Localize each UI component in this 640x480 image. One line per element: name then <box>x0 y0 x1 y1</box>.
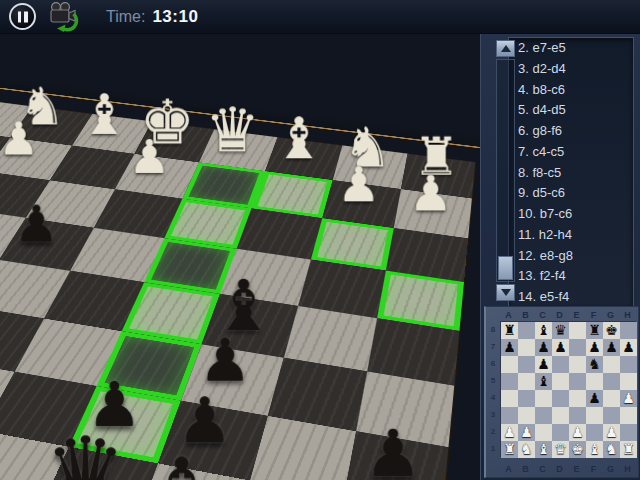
mini-piece-black-pawn-d7: ♟ <box>552 339 569 356</box>
mini-square-f2 <box>586 424 603 441</box>
mini-square-c2 <box>535 424 552 441</box>
board3d-square-g2[interactable]: ♟ <box>0 137 72 180</box>
mini-board-file-labels-top: ABCDEFGH <box>500 310 636 320</box>
mini-piece-white-pawn-g2: ♟ <box>603 424 620 441</box>
mini-square-a8: ♜ <box>501 322 518 339</box>
mini-square-b2: ♟ <box>518 424 535 441</box>
mini-piece-white-bishop-c1: ♝ <box>535 441 552 458</box>
mini-square-f5 <box>586 373 603 390</box>
app-window: ♜♞♝♚♛♝♞♜♟♟♟♟♟♟♝♞♟♟♟♟♟♟♟♚♜♛♝♜ Time:13:10 … <box>0 0 640 480</box>
top-bar: Time:13:10 <box>0 0 640 34</box>
mini-square-h4: ♟ <box>620 390 637 407</box>
history-move[interactable]: 10. b7-c6 <box>509 204 633 225</box>
scroll-down-button[interactable] <box>496 284 515 301</box>
mini-piece-white-pawn-a2: ♟ <box>501 424 518 441</box>
camera-rotate-button[interactable] <box>48 1 80 32</box>
mini-piece-white-pawn-e2: ♟ <box>569 424 586 441</box>
mini-piece-white-king-e1: ♚ <box>569 441 586 458</box>
file-label-G: G <box>602 464 619 474</box>
mini-square-b4 <box>518 390 535 407</box>
mini-square-a2: ♟ <box>501 424 518 441</box>
timer-label: Time: <box>106 8 145 25</box>
mini-square-e7 <box>569 339 586 356</box>
file-label-E: E <box>568 310 585 320</box>
file-label-A: A <box>500 464 517 474</box>
mini-piece-black-pawn-c6: ♟ <box>535 356 552 373</box>
mini-square-a4 <box>501 390 518 407</box>
scroll-down-icon <box>501 289 511 296</box>
mini-square-h5 <box>620 373 637 390</box>
history-move[interactable]: 9. d5-c6 <box>509 183 633 204</box>
mini-square-g4 <box>603 390 620 407</box>
history-move[interactable]: 12. e8-g8 <box>509 246 633 267</box>
mini-square-d1: ♛ <box>552 441 569 458</box>
mini-square-d8: ♛ <box>552 322 569 339</box>
mini-piece-black-pawn-g7: ♟ <box>603 339 620 356</box>
rank-label-8: 8 <box>488 321 498 338</box>
mini-square-f4: ♟ <box>586 390 603 407</box>
mini-piece-black-pawn-f4: ♟ <box>586 390 603 407</box>
mini-piece-black-king-g8: ♚ <box>603 322 620 339</box>
file-label-H: H <box>619 464 636 474</box>
mini-square-g8: ♚ <box>603 322 620 339</box>
mini-piece-white-queen-d1: ♛ <box>552 441 569 458</box>
mini-square-d2 <box>552 424 569 441</box>
rank-label-3: 3 <box>488 406 498 423</box>
mini-square-e6 <box>569 356 586 373</box>
mini-square-c6: ♟ <box>535 356 552 373</box>
mini-square-a6 <box>501 356 518 373</box>
mini-square-h1: ♜ <box>620 441 637 458</box>
movie-camera-icon <box>48 1 80 32</box>
mini-piece-black-bishop-c5: ♝ <box>535 373 552 390</box>
pause-button[interactable] <box>9 3 36 30</box>
mini-square-b6 <box>518 356 535 373</box>
timer-value: 13:10 <box>152 7 198 26</box>
mini-piece-black-pawn-a7: ♟ <box>501 339 518 356</box>
mini-square-b7 <box>518 339 535 356</box>
rank-label-2: 2 <box>488 423 498 440</box>
mini-piece-white-pawn-b2: ♟ <box>518 424 535 441</box>
rank-label-5: 5 <box>488 372 498 389</box>
mini-square-b1: ♞ <box>518 441 535 458</box>
rank-label-6: 6 <box>488 355 498 372</box>
mini-square-d7: ♟ <box>552 339 569 356</box>
history-move[interactable]: 7. c4-c5 <box>509 142 633 163</box>
mini-square-h7: ♟ <box>620 339 637 356</box>
mini-board-panel: ABCDEFGH 87654321 ♜♝♛♜♚♟♟♟♟♟♟♟♞♝♟♟♟♟♟♟♜♞… <box>484 306 639 478</box>
mini-piece-black-queen-d8: ♛ <box>552 322 569 339</box>
mini-piece-white-bishop-f1: ♝ <box>586 441 603 458</box>
scroll-up-icon <box>501 45 511 52</box>
piece-white-knight-b1[interactable]: ♞ <box>333 112 402 182</box>
mini-square-c4 <box>535 390 552 407</box>
file-label-D: D <box>551 310 568 320</box>
mini-square-a3 <box>501 407 518 424</box>
mini-square-g7: ♟ <box>603 339 620 356</box>
mini-square-g2: ♟ <box>603 424 620 441</box>
mini-square-f6: ♞ <box>586 356 603 373</box>
file-label-G: G <box>602 310 619 320</box>
mini-square-c7: ♟ <box>535 339 552 356</box>
rank-label-4: 4 <box>488 389 498 406</box>
file-label-B: B <box>517 310 534 320</box>
file-label-F: F <box>585 310 602 320</box>
mini-square-h2 <box>620 424 637 441</box>
file-label-D: D <box>551 464 568 474</box>
board3d-square-b1[interactable]: ♞ <box>332 145 408 189</box>
history-move[interactable]: 4. b8-c6 <box>509 80 633 101</box>
mini-square-c1: ♝ <box>535 441 552 458</box>
history-move[interactable]: 11. h2-h4 <box>509 225 633 246</box>
history-move[interactable]: 3. d2-d4 <box>509 59 633 80</box>
mini-square-d6 <box>552 356 569 373</box>
mini-piece-black-pawn-c7: ♟ <box>535 339 552 356</box>
file-label-F: F <box>585 464 602 474</box>
mini-square-e4 <box>569 390 586 407</box>
mini-square-f1: ♝ <box>586 441 603 458</box>
board-3d-scene: ♜♞♝♚♛♝♞♜♟♟♟♟♟♟♝♞♟♟♟♟♟♟♟♚♜♛♝♜ <box>0 34 480 480</box>
mini-piece-white-rook-h1: ♜ <box>620 441 637 458</box>
mini-piece-black-knight-f6: ♞ <box>586 356 603 373</box>
mini-square-d4 <box>552 390 569 407</box>
history-move[interactable]: 8. f8-c5 <box>509 163 633 184</box>
mini-square-f7: ♟ <box>586 339 603 356</box>
mini-square-g5 <box>603 373 620 390</box>
mini-piece-black-pawn-f7: ♟ <box>586 339 603 356</box>
mini-square-c3 <box>535 407 552 424</box>
mini-square-e8 <box>569 322 586 339</box>
board3d-square-e6[interactable] <box>15 318 122 385</box>
mini-piece-white-knight-g1: ♞ <box>603 441 620 458</box>
file-label-E: E <box>568 464 585 474</box>
piece-white-rook-h1[interactable]: ♜ <box>0 66 13 131</box>
mini-square-g3 <box>603 407 620 424</box>
mini-piece-black-pawn-h7: ♟ <box>620 339 637 356</box>
timer: Time:13:10 <box>106 7 198 27</box>
rank-label-1: 1 <box>488 440 498 457</box>
mini-piece-white-pawn-h4: ♟ <box>620 390 637 407</box>
mini-square-b8 <box>518 322 535 339</box>
mini-square-a5 <box>501 373 518 390</box>
mini-square-d5 <box>552 373 569 390</box>
file-label-H: H <box>619 310 636 320</box>
mini-square-e5 <box>569 373 586 390</box>
pause-icon <box>18 11 28 22</box>
scrollbar-track[interactable] <box>496 59 515 282</box>
mini-square-b3 <box>518 407 535 424</box>
chess-board-3d: ♜♞♝♚♛♝♞♜♟♟♟♟♟♟♝♞♟♟♟♟♟♟♟♚♜♛♝♜ <box>0 99 476 480</box>
mini-square-a7: ♟ <box>501 339 518 356</box>
history-move[interactable]: 2. e7-e5 <box>509 38 633 59</box>
rank-label-7: 7 <box>488 338 498 355</box>
mini-square-h8 <box>620 322 637 339</box>
mini-square-f8: ♜ <box>586 322 603 339</box>
file-label-A: A <box>500 310 517 320</box>
mini-square-g6 <box>603 356 620 373</box>
mini-square-e1: ♚ <box>569 441 586 458</box>
mini-board: ♜♝♛♜♚♟♟♟♟♟♟♟♞♝♟♟♟♟♟♟♜♞♝♛♚♝♞♜ <box>500 321 636 457</box>
mini-square-c8: ♝ <box>535 322 552 339</box>
mini-square-e2: ♟ <box>569 424 586 441</box>
history-move[interactable]: 13. f2-f4 <box>509 266 633 287</box>
mini-square-c5: ♝ <box>535 373 552 390</box>
piece-white-rook-a1[interactable]: ♜ <box>402 121 472 192</box>
file-label-C: C <box>534 310 551 320</box>
file-label-C: C <box>534 464 551 474</box>
mini-square-e3 <box>569 407 586 424</box>
mini-square-f3 <box>586 407 603 424</box>
mini-board-file-labels-bottom: ABCDEFGH <box>500 464 636 474</box>
file-label-B: B <box>517 464 534 474</box>
mini-square-h3 <box>620 407 637 424</box>
mini-square-a1: ♜ <box>501 441 518 458</box>
mini-piece-white-knight-b1: ♞ <box>518 441 535 458</box>
mini-square-g1: ♞ <box>603 441 620 458</box>
history-panel: History: 2. e7-e53. d2-d44. b8-c65. d4-d… <box>480 0 640 480</box>
mini-square-b5 <box>518 373 535 390</box>
mini-piece-black-rook-a8: ♜ <box>501 322 518 339</box>
board-wooden-frame: ♜♞♝♚♛♝♞♜♟♟♟♟♟♟♝♞♟♟♟♟♟♟♟♚♜♛♝♜ <box>0 86 480 480</box>
mini-piece-white-rook-a1: ♜ <box>501 441 518 458</box>
scrollbar-thumb[interactable] <box>498 256 513 280</box>
history-move[interactable]: 6. g8-f6 <box>509 121 633 142</box>
mini-square-h6 <box>620 356 637 373</box>
history-move[interactable]: 14. e5-f4 <box>509 287 633 307</box>
scroll-up-button[interactable] <box>496 40 515 57</box>
mini-piece-black-bishop-c8: ♝ <box>535 322 552 339</box>
mini-piece-black-rook-f8: ♜ <box>586 322 603 339</box>
move-history-list: 2. e7-e53. d2-d44. b8-c65. d4-d56. g8-f6… <box>508 37 634 307</box>
mini-board-rank-labels-left: 87654321 <box>488 321 498 457</box>
history-move[interactable]: 5. d4-d5 <box>509 100 633 121</box>
mini-square-d3 <box>552 407 569 424</box>
